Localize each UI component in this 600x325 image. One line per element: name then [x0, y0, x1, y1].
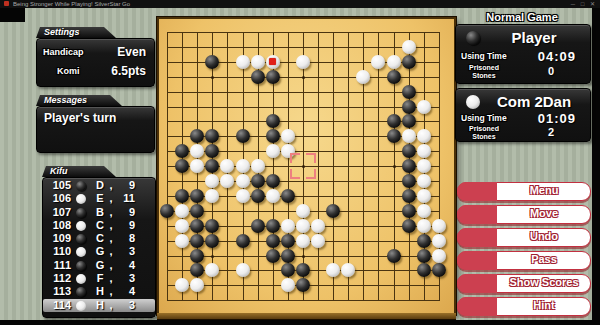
player-name: Player — [484, 27, 584, 49]
black-stone — [296, 278, 310, 292]
player-using-time: 04:09 — [538, 49, 576, 64]
com-name: Com 2Dan — [484, 91, 584, 113]
button-label: Move — [498, 206, 590, 223]
black-stone — [417, 234, 431, 248]
move-number: 112 — [45, 272, 71, 285]
white-stone — [236, 174, 250, 188]
button-label: Show Scores — [498, 275, 590, 292]
white-stone — [281, 278, 295, 292]
black-stone — [266, 70, 280, 84]
black-stone — [190, 129, 204, 143]
black-stone — [190, 263, 204, 277]
move-number: 109 — [45, 232, 71, 245]
handicap-label: Handicap — [43, 44, 84, 60]
right-border — [592, 8, 600, 325]
move-coordinate: G,4 — [93, 259, 151, 272]
star-point — [302, 76, 305, 79]
black-stone — [251, 219, 265, 233]
move-coordinate: D,9 — [93, 179, 151, 192]
white-stone — [417, 174, 431, 188]
black-stone — [266, 114, 280, 128]
black-stone — [266, 219, 280, 233]
title-bar: Being Stronger While Playing! SilverStar… — [0, 0, 600, 8]
black-stone — [175, 144, 189, 158]
black-stone-icon — [466, 31, 480, 45]
move-coordinate: F,3 — [93, 272, 151, 285]
move-coordinate: H,4 — [93, 285, 151, 298]
board-cursor — [290, 153, 316, 179]
black-stone — [236, 234, 250, 248]
black-stone — [417, 263, 431, 277]
black-stone — [266, 234, 280, 248]
white-stone — [402, 40, 416, 54]
move-coordinate: H,3 — [93, 299, 151, 312]
black-stone-icon — [76, 234, 86, 244]
black-stone — [402, 114, 416, 128]
black-stone — [432, 263, 446, 277]
black-stone — [281, 249, 295, 263]
white-stone — [205, 263, 219, 277]
black-stone — [190, 189, 204, 203]
kifu-move-row: 107B,9 — [43, 206, 155, 219]
button-label: Menu — [498, 183, 590, 200]
white-stone-icon — [76, 221, 86, 231]
app-icon — [4, 1, 9, 6]
black-stone — [236, 129, 250, 143]
black-stone — [160, 204, 174, 218]
button-label: Pass — [498, 252, 590, 269]
white-stone — [402, 129, 416, 143]
settings-tab: Settings — [36, 27, 116, 38]
button-red-cap — [457, 251, 497, 270]
white-stone — [175, 234, 189, 248]
white-stone — [190, 278, 204, 292]
black-stone — [190, 234, 204, 248]
white-stone — [432, 249, 446, 263]
kifu-move-row: 114H,3 — [43, 299, 155, 312]
go-board[interactable] — [157, 17, 456, 315]
move-number: 107 — [45, 206, 71, 219]
kifu-move-row: 111G,4 — [43, 259, 155, 272]
white-stone-icon — [76, 274, 86, 284]
move-coordinate: B,9 — [93, 206, 151, 219]
black-stone — [417, 249, 431, 263]
move-coordinate: G,3 — [93, 245, 151, 258]
white-stone — [236, 189, 250, 203]
undo-button[interactable]: Undo — [457, 228, 591, 247]
black-stone — [402, 219, 416, 233]
black-stone — [402, 100, 416, 114]
move-number: 110 — [45, 245, 71, 258]
white-stone — [190, 159, 204, 173]
black-stone — [387, 70, 401, 84]
button-red-cap — [457, 205, 497, 224]
white-stone — [387, 55, 401, 69]
white-stone — [281, 219, 295, 233]
board-bevel — [157, 313, 456, 319]
game-mode-label: Normal Game — [455, 11, 589, 23]
white-stone — [266, 144, 280, 158]
messages-box: Player's turn — [36, 106, 155, 153]
white-stone — [417, 189, 431, 203]
window-control-icons[interactable]: ─ □ ✕ — [571, 0, 597, 8]
white-stone — [175, 278, 189, 292]
black-stone — [402, 204, 416, 218]
button-label: Undo — [498, 229, 590, 246]
black-stone — [266, 249, 280, 263]
white-stone — [236, 55, 250, 69]
kifu-move-row: 112F,3 — [43, 272, 155, 285]
window-title: Being Stronger While Playing! SilverStar… — [13, 0, 130, 8]
black-stone — [402, 189, 416, 203]
move-coordinate: C,8 — [93, 232, 151, 245]
move-number: 111 — [45, 259, 71, 272]
black-stone — [281, 263, 295, 277]
kifu-move-row: 106E,11 — [43, 192, 155, 205]
white-stone — [326, 263, 340, 277]
black-stone — [205, 144, 219, 158]
player-prisoned-count: 0 — [548, 64, 554, 78]
last-move-marker — [269, 58, 276, 65]
komi-label: Komi — [57, 63, 80, 79]
kifu-move-row: 108C,9 — [43, 219, 155, 232]
black-stone-icon — [76, 261, 86, 271]
white-stone — [220, 159, 234, 173]
white-stone — [296, 219, 310, 233]
black-stone — [402, 174, 416, 188]
button-label: Hint — [498, 298, 590, 315]
black-stone — [387, 129, 401, 143]
white-stone — [296, 55, 310, 69]
kifu-move-row: 110G,3 — [43, 245, 155, 258]
black-stone — [281, 234, 295, 248]
white-stone — [417, 144, 431, 158]
white-stone — [266, 189, 280, 203]
corner-black-patch — [0, 8, 25, 22]
black-stone — [205, 159, 219, 173]
white-stone — [236, 159, 250, 173]
move-coordinate: C,9 — [93, 219, 151, 232]
kifu-move-row: 105D,9 — [43, 179, 155, 192]
pass-button[interactable]: Pass — [457, 251, 591, 270]
white-stone — [251, 55, 265, 69]
black-stone — [281, 189, 295, 203]
star-point — [393, 165, 396, 168]
black-stone — [205, 129, 219, 143]
white-stone — [205, 174, 219, 188]
white-stone — [311, 219, 325, 233]
move-button[interactable]: Move — [457, 205, 591, 224]
kifu-move-row: 109C,8 — [43, 232, 155, 245]
white-stone — [205, 189, 219, 203]
move-number: 106 — [45, 192, 71, 205]
white-stone-icon — [76, 194, 86, 204]
black-stone — [205, 219, 219, 233]
white-stone-icon — [76, 247, 86, 257]
hint-button[interactable]: Hint — [457, 297, 591, 316]
black-stone — [387, 249, 401, 263]
black-stone — [402, 144, 416, 158]
komi-value: 6.5pts — [111, 63, 146, 79]
white-stone — [417, 100, 431, 114]
white-stone — [432, 219, 446, 233]
white-stone — [296, 204, 310, 218]
black-stone — [251, 189, 265, 203]
com-using-time: 01:09 — [538, 111, 576, 126]
black-stone — [251, 70, 265, 84]
black-stone-icon — [76, 181, 86, 191]
white-stone — [311, 234, 325, 248]
move-number: 108 — [45, 219, 71, 232]
white-stone — [341, 263, 355, 277]
black-stone — [402, 159, 416, 173]
move-number: 105 — [45, 179, 71, 192]
white-stone — [281, 129, 295, 143]
move-number: 114 — [45, 299, 71, 312]
move-coordinate: E,11 — [93, 192, 151, 205]
kifu-move-list[interactable]: 105D,9106E,11107B,9108C,9109C,8110G,3111… — [42, 177, 156, 318]
black-stone — [296, 263, 310, 277]
com-using-time-label: Using Time — [461, 111, 507, 126]
player-using-time-label: Using Time — [461, 49, 507, 64]
white-stone — [417, 204, 431, 218]
white-stone — [371, 55, 385, 69]
white-stone — [417, 129, 431, 143]
player-info-card: Player Using Time 04:09 Prisoned Stones … — [455, 24, 591, 84]
black-stone — [326, 204, 340, 218]
com-info-card: Com 2Dan Using Time 01:09 Prisoned Stone… — [455, 88, 591, 142]
white-stone — [417, 219, 431, 233]
turn-message: Player's turn — [44, 111, 116, 125]
white-stone-icon — [76, 301, 86, 311]
player-prisoned-label: Prisoned Stones — [469, 64, 499, 79]
black-stone — [190, 219, 204, 233]
black-stone — [175, 159, 189, 173]
white-stone — [251, 159, 265, 173]
com-prisoned-label: Prisoned Stones — [469, 125, 499, 140]
button-red-cap — [457, 228, 497, 247]
black-stone-icon — [76, 287, 86, 297]
kifu-tab: Kifu — [42, 166, 116, 177]
settings-box: Handicap Even Komi 6.5pts — [36, 38, 155, 87]
black-stone — [387, 114, 401, 128]
white-stone — [296, 234, 310, 248]
black-stone — [251, 174, 265, 188]
move-number: 113 — [45, 285, 71, 298]
black-stone — [205, 55, 219, 69]
com-prisoned-count: 2 — [548, 125, 554, 139]
black-stone — [190, 249, 204, 263]
white-stone — [417, 159, 431, 173]
black-stone — [402, 55, 416, 69]
menu-button[interactable]: Menu — [457, 182, 591, 201]
app-window: Being Stronger While Playing! SilverStar… — [0, 0, 600, 325]
white-stone — [190, 144, 204, 158]
star-point — [211, 76, 214, 79]
star-point — [302, 255, 305, 258]
star-point — [211, 255, 214, 258]
white-stone — [220, 174, 234, 188]
white-stone — [356, 70, 370, 84]
black-stone-icon — [76, 208, 86, 218]
white-stone — [432, 234, 446, 248]
handicap-value: Even — [117, 44, 146, 60]
button-red-cap — [457, 182, 497, 201]
messages-tab: Messages — [36, 95, 122, 106]
black-stone — [266, 174, 280, 188]
black-stone — [266, 129, 280, 143]
black-stone — [190, 204, 204, 218]
black-stone — [402, 85, 416, 99]
white-stone — [175, 204, 189, 218]
white-stone — [236, 263, 250, 277]
button-red-cap — [457, 297, 497, 316]
bottom-border — [0, 320, 600, 325]
white-stone-icon — [466, 95, 480, 109]
button-red-cap — [457, 274, 497, 293]
kifu-move-row: 113H,4 — [43, 285, 155, 298]
show-scores-button[interactable]: Show Scores — [457, 274, 591, 293]
black-stone — [175, 189, 189, 203]
black-stone — [205, 234, 219, 248]
white-stone — [175, 219, 189, 233]
